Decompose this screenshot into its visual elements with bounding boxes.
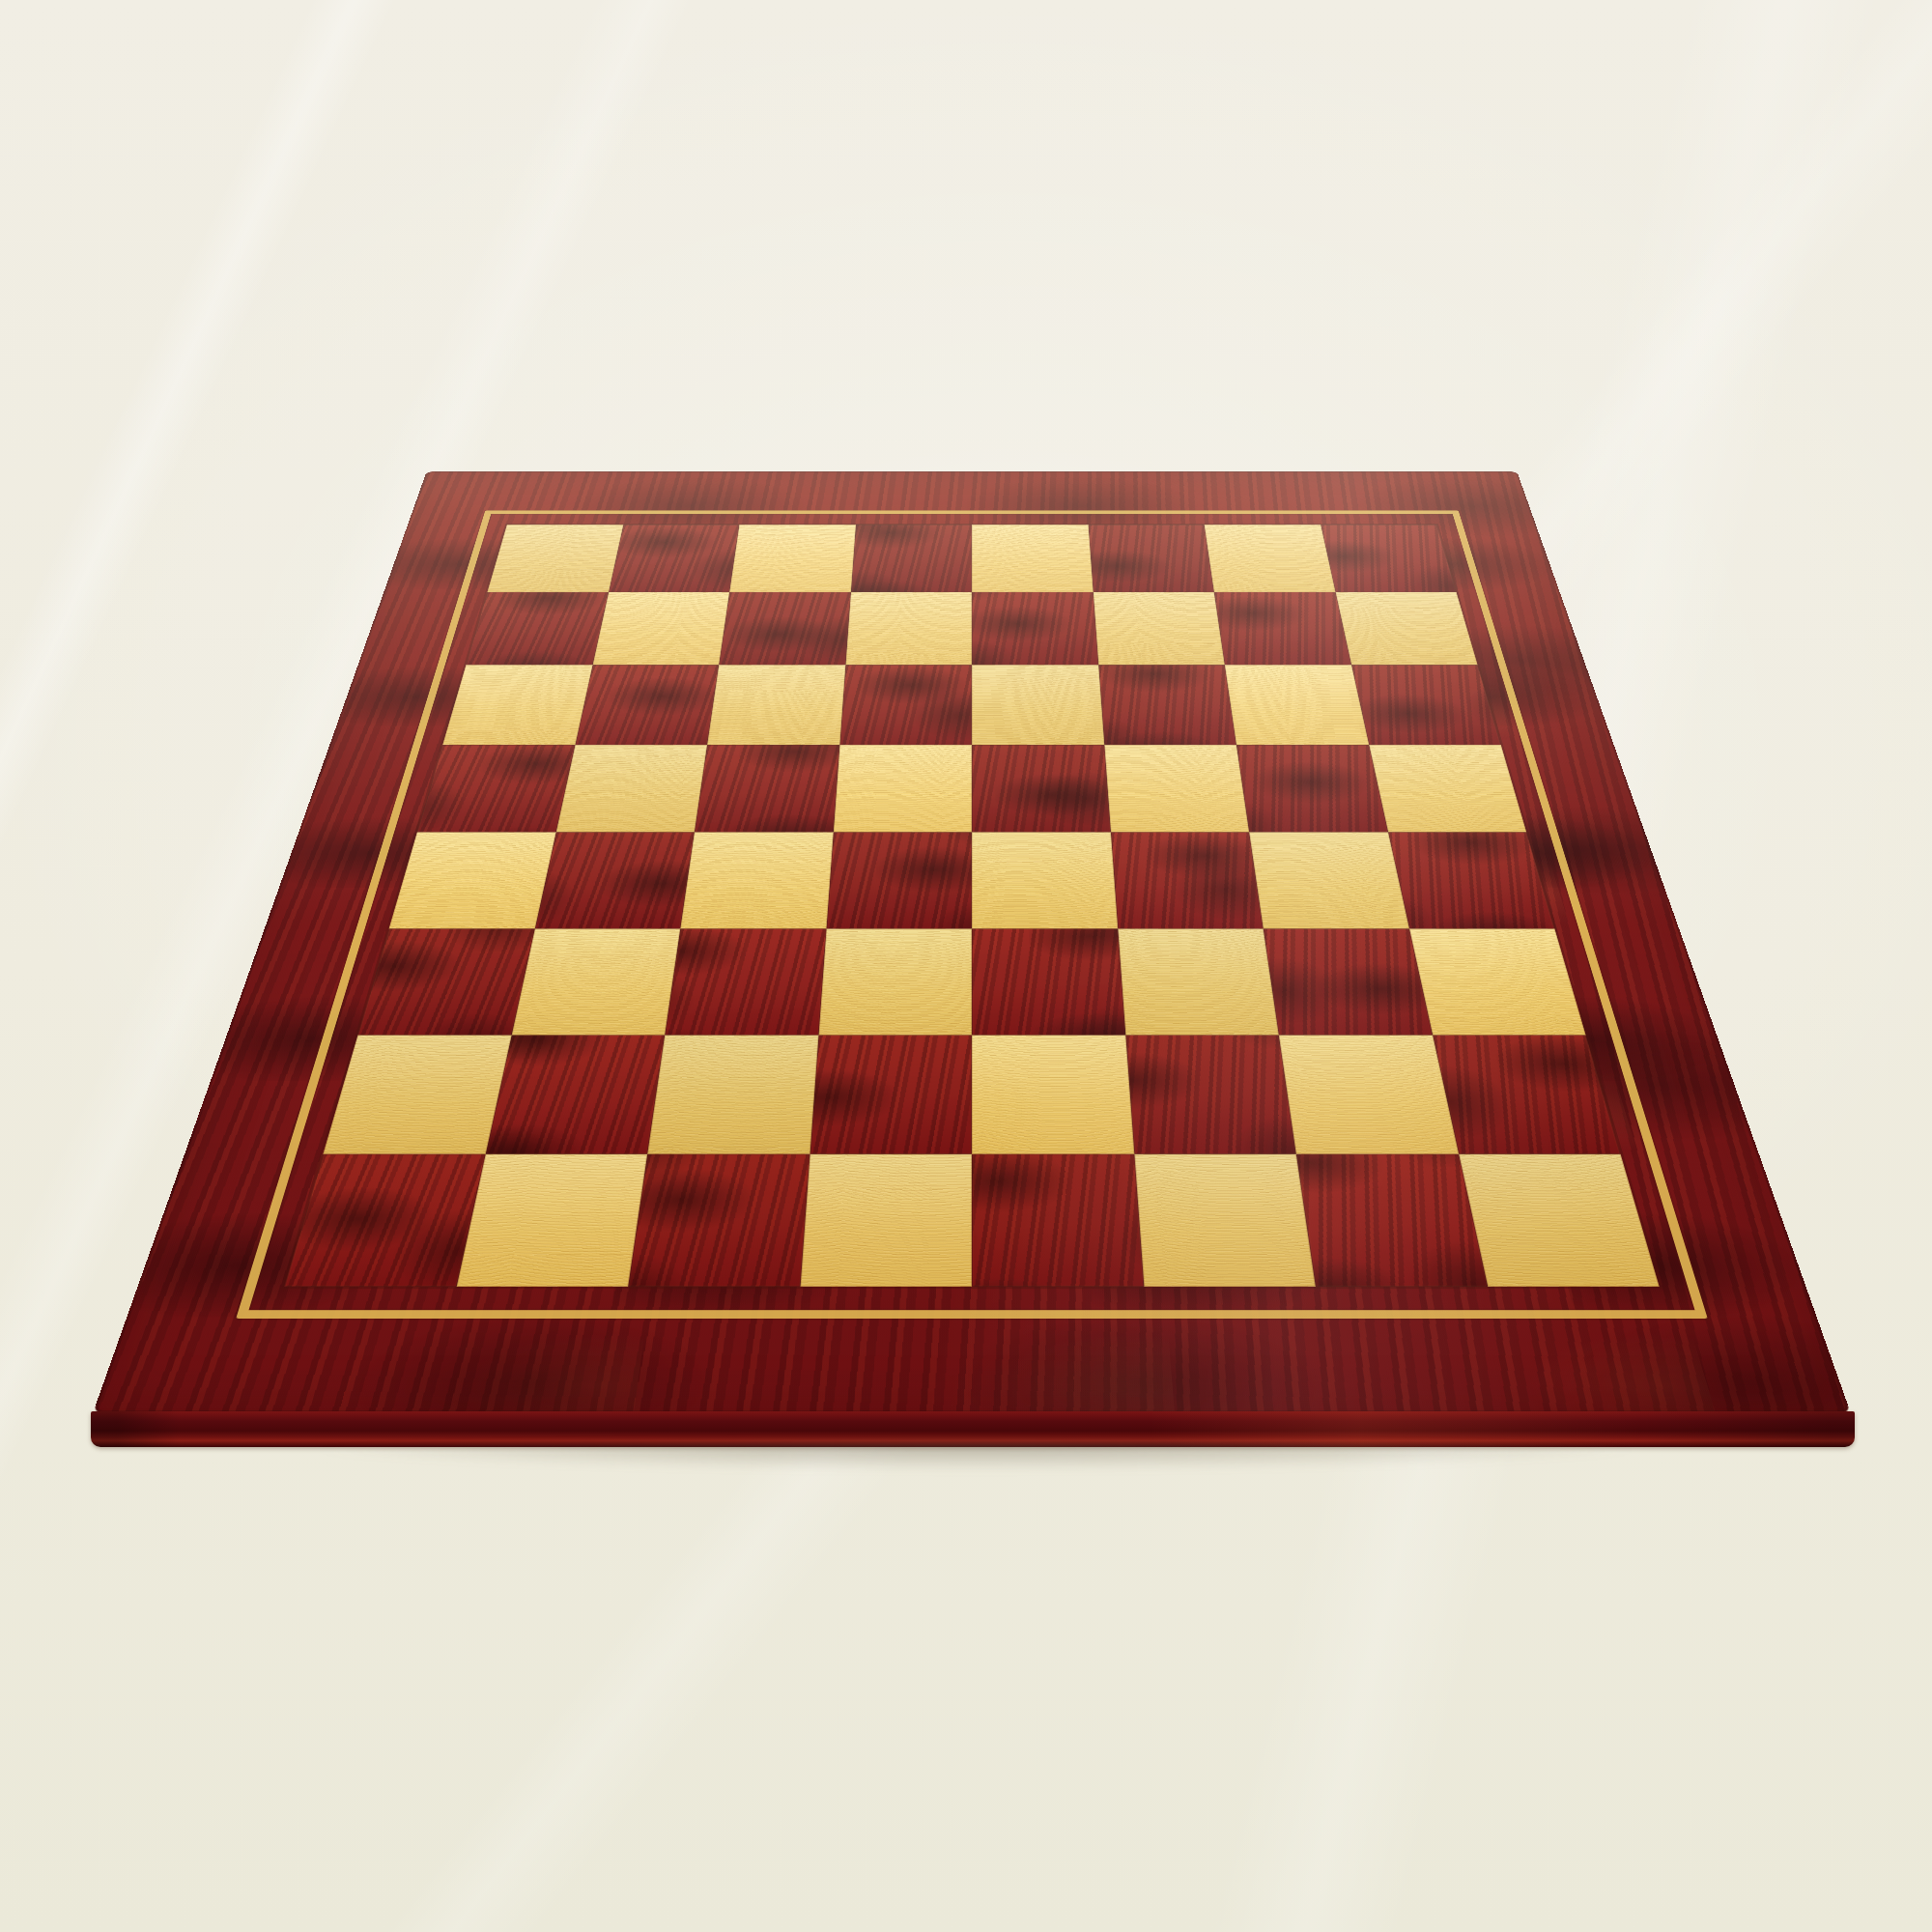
square-b5[interactable]: [555, 745, 707, 833]
square-e2[interactable]: [972, 1036, 1134, 1154]
square-g5[interactable]: [1236, 745, 1388, 833]
square-c5[interactable]: [695, 745, 839, 833]
square-e5[interactable]: [972, 745, 1111, 833]
square-c6[interactable]: [707, 665, 845, 745]
square-d3[interactable]: [818, 928, 972, 1035]
square-a8[interactable]: [487, 525, 623, 591]
chess-board: [93, 471, 1851, 1413]
square-a4[interactable]: [389, 832, 556, 928]
board-front-edge: [91, 1411, 1855, 1447]
square-d2[interactable]: [810, 1036, 972, 1154]
square-h5[interactable]: [1369, 745, 1526, 833]
square-f1[interactable]: [1134, 1153, 1316, 1287]
square-h7[interactable]: [1335, 592, 1477, 666]
square-f8[interactable]: [1088, 525, 1213, 591]
square-g4[interactable]: [1249, 832, 1408, 928]
board-shadow: [126, 1443, 1826, 1476]
square-c4[interactable]: [680, 832, 833, 928]
square-e8[interactable]: [972, 525, 1093, 591]
square-b7[interactable]: [592, 592, 729, 666]
square-b4[interactable]: [534, 832, 694, 928]
table-surface: [0, 0, 1932, 1932]
square-f5[interactable]: [1104, 745, 1249, 833]
square-c8[interactable]: [729, 525, 855, 591]
square-b2[interactable]: [485, 1036, 665, 1154]
square-c1[interactable]: [628, 1153, 810, 1287]
square-e6[interactable]: [972, 665, 1104, 745]
square-e7[interactable]: [972, 592, 1098, 666]
square-c3[interactable]: [665, 928, 826, 1035]
square-e4[interactable]: [972, 832, 1118, 928]
square-d7[interactable]: [845, 592, 972, 666]
square-h4[interactable]: [1388, 832, 1555, 928]
square-a7[interactable]: [466, 592, 608, 666]
square-a3[interactable]: [357, 928, 534, 1035]
square-e1[interactable]: [972, 1153, 1144, 1287]
square-d5[interactable]: [833, 745, 972, 833]
playing-field: [284, 525, 1659, 1287]
square-h6[interactable]: [1351, 665, 1501, 745]
square-g3[interactable]: [1264, 928, 1433, 1035]
square-f2[interactable]: [1125, 1036, 1296, 1154]
square-g7[interactable]: [1214, 592, 1351, 666]
square-d8[interactable]: [851, 525, 972, 591]
square-f4[interactable]: [1111, 832, 1264, 928]
square-h3[interactable]: [1409, 928, 1586, 1035]
square-c2[interactable]: [647, 1036, 818, 1154]
square-f3[interactable]: [1118, 928, 1279, 1035]
square-g8[interactable]: [1205, 525, 1336, 591]
square-c7[interactable]: [719, 592, 850, 666]
square-f6[interactable]: [1098, 665, 1236, 745]
square-b6[interactable]: [575, 665, 719, 745]
square-e3[interactable]: [972, 928, 1125, 1035]
square-f7[interactable]: [1093, 592, 1224, 666]
square-g1[interactable]: [1296, 1153, 1488, 1287]
square-d4[interactable]: [826, 832, 972, 928]
square-d1[interactable]: [800, 1153, 972, 1287]
square-b1[interactable]: [456, 1153, 647, 1287]
square-b3[interactable]: [511, 928, 680, 1035]
square-g2[interactable]: [1279, 1036, 1459, 1154]
square-d6[interactable]: [839, 665, 972, 745]
square-h8[interactable]: [1321, 525, 1457, 591]
square-a5[interactable]: [417, 745, 575, 833]
square-b8[interactable]: [609, 525, 740, 591]
square-g6[interactable]: [1225, 665, 1369, 745]
square-a6[interactable]: [442, 665, 592, 745]
